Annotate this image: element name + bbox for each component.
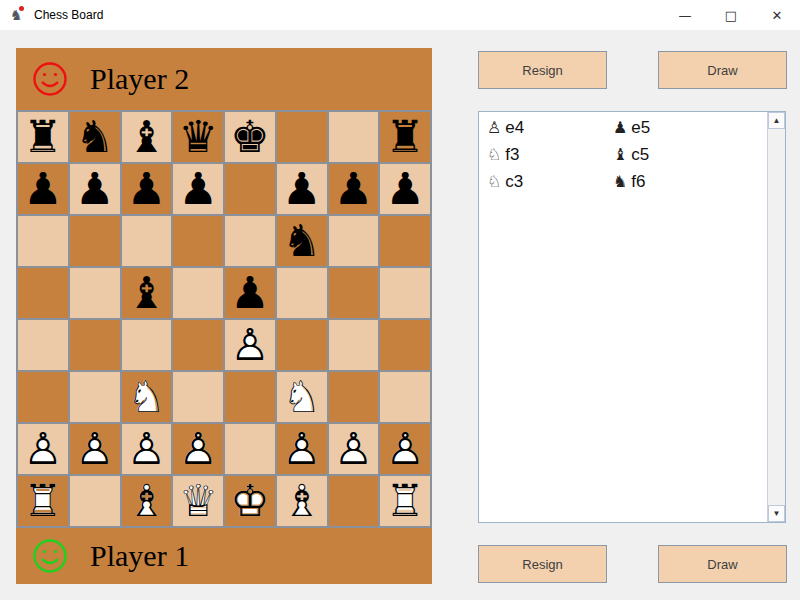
piece-outline: ♖ <box>21 477 65 525</box>
square-a3[interactable] <box>18 372 68 422</box>
piece-black-pawn[interactable]: ♟ <box>385 167 424 211</box>
piece-white-pawn[interactable]: ♟♙ <box>280 425 324 473</box>
piece-black-rook[interactable]: ♜ <box>23 115 62 159</box>
piece-outline: ♙ <box>21 425 65 473</box>
piece-white-rook[interactable]: ♜♖ <box>21 477 65 525</box>
square-b2[interactable]: ♟♙ <box>70 424 120 474</box>
piece-white-pawn[interactable]: ♟♙ <box>383 425 427 473</box>
square-d1[interactable]: ♛♕ <box>173 476 223 526</box>
square-g3[interactable] <box>329 372 379 422</box>
square-e8[interactable]: ♚ <box>225 112 275 162</box>
resign-button-bottom[interactable]: Resign <box>478 545 607 583</box>
square-c2[interactable]: ♟♙ <box>122 424 172 474</box>
move-san: c3 <box>505 172 523 192</box>
square-d7[interactable]: ♟ <box>173 164 223 214</box>
piece-white-bishop[interactable]: ♝♗ <box>280 477 324 525</box>
piece-outline: ♘ <box>124 373 168 421</box>
square-a7[interactable]: ♟ <box>18 164 68 214</box>
draw-button-bottom[interactable]: Draw <box>658 545 787 583</box>
piece-black-pawn[interactable]: ♟ <box>334 167 373 211</box>
square-c6[interactable] <box>122 216 172 266</box>
square-h1[interactable]: ♜♖ <box>380 476 430 526</box>
square-a8[interactable]: ♜ <box>18 112 68 162</box>
square-d3[interactable] <box>173 372 223 422</box>
square-a2[interactable]: ♟♙ <box>18 424 68 474</box>
move-black-2[interactable]: ♝c5 <box>613 145 649 165</box>
board-panel: Player 2 ♜♞♝♛♚♜♟♟♟♟♟♟♟♞♝♟♟♙♞♘♞♘♟♙♟♙♟♙♟♙♟… <box>16 48 432 584</box>
piece-outline: ♙ <box>73 425 117 473</box>
app-icon-red-dot <box>19 6 24 11</box>
square-e4[interactable]: ♟♙ <box>225 320 275 370</box>
square-f8[interactable] <box>277 112 327 162</box>
piece-outline: ♙ <box>176 425 220 473</box>
window-title: Chess Board <box>34 8 103 22</box>
piece-black-queen[interactable]: ♛ <box>178 115 217 159</box>
draw-button-top[interactable]: Draw <box>658 51 787 89</box>
square-c7[interactable]: ♟ <box>122 164 172 214</box>
square-b6[interactable] <box>70 216 120 266</box>
piece-black-pawn[interactable]: ♟ <box>230 271 269 315</box>
piece-outline: ♗ <box>124 477 168 525</box>
piece-white-pawn[interactable]: ♟♙ <box>21 425 65 473</box>
move-row-2: ♘f3♝c5 <box>479 141 768 168</box>
piece-outline: ♘ <box>280 373 324 421</box>
app-icon: ♞ <box>10 7 26 23</box>
piece-white-queen[interactable]: ♛♕ <box>176 477 220 525</box>
move-white-3[interactable]: ♘c3 <box>479 172 613 192</box>
piece-black-pawn[interactable]: ♟ <box>282 167 321 211</box>
square-d8[interactable]: ♛ <box>173 112 223 162</box>
square-c1[interactable]: ♝♗ <box>122 476 172 526</box>
square-b5[interactable] <box>70 268 120 318</box>
piece-white-pawn[interactable]: ♟♙ <box>228 321 272 369</box>
piece-white-pawn[interactable]: ♟♙ <box>73 425 117 473</box>
square-g8[interactable] <box>329 112 379 162</box>
move-list[interactable]: ♙e4♟e5♘f3♝c5♘c3♞f6 ▲ ▼ <box>478 111 786 523</box>
move-white-2[interactable]: ♘f3 <box>479 145 613 165</box>
white-piece-figurine-icon: ♘ <box>487 172 501 191</box>
black-piece-figurine-icon: ♟ <box>613 118 627 137</box>
player2-bar: Player 2 <box>16 48 432 110</box>
square-g5[interactable] <box>329 268 379 318</box>
square-f7[interactable]: ♟ <box>277 164 327 214</box>
black-piece-figurine-icon: ♞ <box>613 172 627 191</box>
square-b7[interactable]: ♟ <box>70 164 120 214</box>
move-san: c5 <box>631 145 649 165</box>
piece-white-pawn[interactable]: ♟♙ <box>176 425 220 473</box>
player2-name: Player 2 <box>90 62 189 96</box>
square-b3[interactable] <box>70 372 120 422</box>
square-e6[interactable] <box>225 216 275 266</box>
move-row-3: ♘c3♞f6 <box>479 168 768 195</box>
square-f5[interactable] <box>277 268 327 318</box>
player1-smiley-icon <box>32 538 68 574</box>
piece-outline: ♙ <box>280 425 324 473</box>
piece-white-rook[interactable]: ♜♖ <box>383 477 427 525</box>
scroll-down-icon[interactable]: ▼ <box>768 505 785 522</box>
piece-outline: ♙ <box>383 425 427 473</box>
square-a6[interactable] <box>18 216 68 266</box>
piece-black-pawn[interactable]: ♟ <box>127 167 166 211</box>
move-black-1[interactable]: ♟e5 <box>613 118 650 138</box>
piece-outline: ♙ <box>124 425 168 473</box>
white-piece-figurine-icon: ♘ <box>487 145 501 164</box>
square-b4[interactable] <box>70 320 120 370</box>
square-h3[interactable] <box>380 372 430 422</box>
close-button[interactable]: ✕ <box>754 0 800 30</box>
square-e2[interactable] <box>225 424 275 474</box>
move-san: e5 <box>631 118 650 138</box>
square-c8[interactable]: ♝ <box>122 112 172 162</box>
black-piece-figurine-icon: ♝ <box>613 145 627 164</box>
piece-outline: ♗ <box>280 477 324 525</box>
piece-white-pawn[interactable]: ♟♙ <box>124 425 168 473</box>
square-h7[interactable]: ♟ <box>380 164 430 214</box>
square-d4[interactable] <box>173 320 223 370</box>
square-d6[interactable] <box>173 216 223 266</box>
piece-black-pawn[interactable]: ♟ <box>23 167 62 211</box>
square-a5[interactable] <box>18 268 68 318</box>
square-g1[interactable] <box>329 476 379 526</box>
piece-white-knight[interactable]: ♞♘ <box>280 373 324 421</box>
piece-outline: ♖ <box>383 477 427 525</box>
move-row-1: ♙e4♟e5 <box>479 114 768 141</box>
scroll-up-icon[interactable]: ▲ <box>768 112 785 129</box>
square-f2[interactable]: ♟♙ <box>277 424 327 474</box>
piece-black-knight[interactable]: ♞ <box>282 219 321 263</box>
square-h2[interactable]: ♟♙ <box>380 424 430 474</box>
piece-black-bishop[interactable]: ♝ <box>127 115 166 159</box>
square-h8[interactable]: ♜ <box>380 112 430 162</box>
piece-outline: ♔ <box>228 477 272 525</box>
square-a1[interactable]: ♜♖ <box>18 476 68 526</box>
move-white-1[interactable]: ♙e4 <box>479 118 613 138</box>
square-f1[interactable]: ♝♗ <box>277 476 327 526</box>
title-bar: ♞ Chess Board — □ ✕ <box>0 0 800 30</box>
move-san: e4 <box>505 118 524 138</box>
square-c5[interactable]: ♝ <box>122 268 172 318</box>
move-list-scrollbar[interactable]: ▲ ▼ <box>767 112 785 522</box>
square-h6[interactable] <box>380 216 430 266</box>
piece-outline: ♕ <box>176 477 220 525</box>
piece-black-bishop[interactable]: ♝ <box>127 271 166 315</box>
square-d5[interactable] <box>173 268 223 318</box>
chess-board: ♜♞♝♛♚♜♟♟♟♟♟♟♟♞♝♟♟♙♞♘♞♘♟♙♟♙♟♙♟♙♟♙♟♙♟♙♜♖♝♗… <box>16 110 432 528</box>
piece-black-rook[interactable]: ♜ <box>385 115 424 159</box>
square-d2[interactable]: ♟♙ <box>173 424 223 474</box>
square-e3[interactable] <box>225 372 275 422</box>
square-c3[interactable]: ♞♘ <box>122 372 172 422</box>
piece-black-king[interactable]: ♚ <box>230 115 269 159</box>
square-b1[interactable] <box>70 476 120 526</box>
square-g2[interactable]: ♟♙ <box>329 424 379 474</box>
move-san: f3 <box>505 145 519 165</box>
square-g6[interactable] <box>329 216 379 266</box>
square-e7[interactable] <box>225 164 275 214</box>
square-g4[interactable] <box>329 320 379 370</box>
square-a4[interactable] <box>18 320 68 370</box>
piece-black-knight[interactable]: ♞ <box>75 115 114 159</box>
piece-white-king[interactable]: ♚♔ <box>228 477 272 525</box>
resign-button-top[interactable]: Resign <box>478 51 607 89</box>
square-e1[interactable]: ♚♔ <box>225 476 275 526</box>
piece-white-bishop[interactable]: ♝♗ <box>124 477 168 525</box>
white-piece-figurine-icon: ♙ <box>487 118 501 137</box>
move-black-3[interactable]: ♞f6 <box>613 172 646 192</box>
piece-black-pawn[interactable]: ♟ <box>178 167 217 211</box>
piece-white-pawn[interactable]: ♟♙ <box>331 425 375 473</box>
square-f3[interactable]: ♞♘ <box>277 372 327 422</box>
maximize-button[interactable]: □ <box>708 0 754 30</box>
player2-smiley-icon <box>32 61 68 97</box>
scrollbar-track[interactable] <box>768 129 785 505</box>
square-g7[interactable]: ♟ <box>329 164 379 214</box>
square-h4[interactable] <box>380 320 430 370</box>
player1-name: Player 1 <box>90 539 189 573</box>
move-san: f6 <box>631 172 645 192</box>
square-c4[interactable] <box>122 320 172 370</box>
move-list-rows: ♙e4♟e5♘f3♝c5♘c3♞f6 <box>479 114 768 522</box>
piece-outline: ♙ <box>228 321 272 369</box>
square-b8[interactable]: ♞ <box>70 112 120 162</box>
square-h5[interactable] <box>380 268 430 318</box>
square-e5[interactable]: ♟ <box>225 268 275 318</box>
square-f4[interactable] <box>277 320 327 370</box>
player1-bar: Player 1 <box>16 528 432 584</box>
minimize-button[interactable]: — <box>662 0 708 30</box>
square-f6[interactable]: ♞ <box>277 216 327 266</box>
piece-outline: ♙ <box>331 425 375 473</box>
piece-black-pawn[interactable]: ♟ <box>75 167 114 211</box>
piece-white-knight[interactable]: ♞♘ <box>124 373 168 421</box>
